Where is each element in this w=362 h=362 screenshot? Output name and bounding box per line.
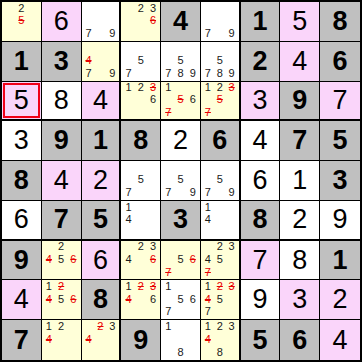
pencilmark-grid: 12346 [122,280,159,318]
eliminated-candidate-4: 4 [43,293,55,306]
cell-r6c4[interactable]: 14 [121,201,161,241]
candidate-3: 3 [147,241,159,254]
candidate-6: 6 [187,293,199,306]
eliminated-candidate-7: 7 [202,266,214,279]
candidate-1: 1 [162,320,174,333]
filled-digit: 4 [14,286,29,313]
cell-r6c7[interactable]: 8 [241,201,281,241]
filled-digit: 3 [14,127,29,154]
cell-r6c9[interactable]: 9 [320,201,360,241]
filled-digit: 3 [253,87,268,114]
pencilmark-grid: 567 [162,241,199,279]
eliminated-candidate-2: 2 [214,280,226,293]
filled-digit: 4 [333,327,348,354]
candidate-1: 1 [122,201,134,213]
eliminated-candidate-4: 4 [202,293,214,306]
eliminated-candidate-6: 6 [67,253,79,266]
cell-r3c1[interactable]: 5 [2,82,42,122]
filled-digit: 4 [292,48,307,75]
cell-r3c3[interactable]: 4 [82,82,122,122]
eliminated-candidate-6: 6 [67,293,79,306]
filled-digit: 5 [14,87,29,114]
given-digit: 3 [333,167,348,194]
pencilmark-grid: 12357 [202,82,238,119]
candidate-3: 3 [226,241,238,254]
eliminated-candidate-4: 4 [202,333,214,346]
given-digit: 5 [333,127,348,154]
cell-r1c3[interactable]: 79 [82,2,122,42]
cell-r9c4[interactable]: 9 [121,320,161,360]
cell-r8c1[interactable]: 4 [2,280,42,320]
filled-digit: 6 [14,206,29,233]
cell-r5c1[interactable]: 8 [2,161,42,201]
cell-r8c4[interactable]: 12346 [121,280,161,320]
pencilmark-grid: 5789 [162,42,199,80]
cell-r4c1[interactable]: 3 [2,121,42,161]
cell-r5c3[interactable]: 2 [82,161,122,201]
candidate-9: 9 [226,67,238,80]
cell-r5c9[interactable]: 3 [320,161,360,201]
eliminated-candidate-5: 5 [214,94,226,106]
candidate-1: 1 [162,82,174,94]
candidate-2: 2 [55,320,67,333]
candidate-2: 2 [55,241,67,254]
eliminated-candidate-6: 6 [147,15,159,28]
candidate-9: 9 [106,27,118,40]
filled-digit: 2 [333,286,348,313]
candidate-6: 6 [187,94,199,106]
pencilmark-grid: 79 [83,2,119,40]
cell-r8c6[interactable]: 123457 [201,280,241,320]
cell-r9c7[interactable]: 5 [241,320,281,360]
eliminated-candidate-2: 2 [135,280,147,293]
given-digit: 1 [14,48,29,75]
candidate-1: 1 [202,320,214,333]
candidate-8: 8 [214,346,226,359]
filled-digit: 2 [93,167,108,194]
pencilmark-grid: 2456 [43,241,80,279]
cell-r4c7[interactable]: 4 [241,121,281,161]
cell-r8c2[interactable]: 12456 [42,280,82,320]
cell-r2c6[interactable]: 5789 [201,42,241,82]
cell-r1c4[interactable]: 236 [121,2,161,42]
filled-digit: 4 [54,167,69,194]
pencilmark-grid: 1236 [122,82,159,119]
given-digit: 9 [14,247,29,274]
candidate-6: 6 [147,94,159,106]
cell-r4c3[interactable]: 1 [82,121,122,161]
cell-r4c8[interactable]: 7 [280,121,320,161]
candidate-3: 3 [147,2,159,15]
cell-r3c5[interactable]: 1567 [161,82,201,122]
given-digit: 3 [54,48,69,75]
candidate-5: 5 [135,54,147,67]
pencilmark-grid: 1567 [162,280,199,318]
cell-r1c6[interactable]: 79 [201,2,241,42]
pencilmark-grid: 25 [3,2,40,40]
cell-r6c3[interactable]: 5 [82,201,122,241]
candidate-2: 2 [135,2,147,15]
given-digit: 3 [173,206,188,233]
cell-r7c7[interactable]: 7 [241,241,281,281]
candidate-7: 7 [122,186,134,199]
given-digit: 1 [333,247,348,274]
candidate-7: 7 [162,306,174,319]
eliminated-candidate-5: 5 [15,15,27,28]
candidate-1: 1 [162,280,174,293]
candidate-2: 2 [214,241,226,254]
eliminated-candidate-7: 7 [162,106,174,118]
candidate-5: 5 [174,293,186,306]
eliminated-candidate-3: 3 [226,280,238,293]
filled-digit: 8 [54,87,69,114]
cell-r7c8[interactable]: 8 [280,241,320,281]
cell-r7c1[interactable]: 9 [2,241,42,281]
candidate-5: 5 [214,293,226,306]
cell-r2c9[interactable]: 6 [320,42,360,82]
candidate-1: 1 [43,320,55,333]
candidate-4: 4 [122,213,134,225]
cell-r8c3[interactable]: 8 [82,280,122,320]
filled-digit: 8 [292,247,307,274]
cell-r9c2[interactable]: 124 [42,320,82,360]
pencilmark-grid: 18 [162,320,199,359]
candidate-3: 3 [106,320,118,333]
cell-r9c5[interactable]: 18 [161,320,201,360]
sudoku-board: 2567923647915813479575789578924658412361… [0,0,362,362]
eliminated-candidate-6: 6 [187,253,199,266]
cell-r8c9[interactable]: 2 [320,280,360,320]
candidate-9: 9 [187,67,199,80]
cell-r7c2[interactable]: 2456 [42,241,82,281]
cell-r9c9[interactable]: 4 [320,320,360,360]
candidate-7: 7 [83,67,95,80]
filled-digit: 7 [253,247,268,274]
pencilmark-grid: 2346 [122,241,159,279]
candidate-1: 1 [202,82,214,94]
candidate-7: 7 [83,27,95,40]
filled-digit: 5 [292,8,307,35]
cell-r9c3[interactable]: 234 [82,320,122,360]
candidate-5: 5 [174,54,186,67]
given-digit: 8 [93,286,108,313]
candidate-7: 7 [162,186,174,199]
candidate-7: 7 [202,186,214,199]
cell-r2c1[interactable]: 1 [2,42,42,82]
cell-r5c2[interactable]: 4 [42,161,82,201]
candidate-9: 9 [187,186,199,199]
candidate-8: 8 [174,67,186,80]
candidate-5: 5 [214,253,226,266]
cell-r6c1[interactable]: 6 [2,201,42,241]
candidate-9: 9 [106,67,118,80]
filled-digit: 2 [173,127,188,154]
filled-digit: 6 [253,167,268,194]
cell-r2c8[interactable]: 4 [280,42,320,82]
cell-r5c7[interactable]: 6 [241,161,281,201]
cell-r7c4[interactable]: 2346 [121,241,161,281]
cell-r4c2[interactable]: 9 [42,121,82,161]
cell-r2c3[interactable]: 479 [82,42,122,82]
cell-r7c6[interactable]: 23457 [201,241,241,281]
given-digit: 7 [292,127,307,154]
pencilmark-grid: 5789 [202,42,238,80]
cell-r8c8[interactable]: 3 [280,280,320,320]
cell-r2c2[interactable]: 3 [42,42,82,82]
eliminated-candidate-7: 7 [202,106,214,118]
cell-r3c4[interactable]: 1236 [121,82,161,122]
pencilmark-grid: 579 [162,161,199,199]
given-digit: 6 [292,327,307,354]
given-digit: 5 [253,327,268,354]
cell-r5c4[interactable]: 57 [121,161,161,201]
cell-r6c5[interactable]: 3 [161,201,201,241]
filled-digit: 4 [253,127,268,154]
cell-r2c7[interactable]: 2 [241,42,281,82]
pencilmark-grid: 12456 [43,280,80,318]
candidate-8: 8 [214,67,226,80]
candidate-9: 9 [226,186,238,199]
cell-r6c2[interactable]: 7 [42,201,82,241]
eliminated-candidate-2: 2 [55,280,67,293]
candidate-3: 3 [226,320,238,333]
candidate-5: 5 [55,293,67,306]
given-digit: 1 [253,8,268,35]
candidate-1: 1 [122,280,134,293]
filled-digit: 4 [93,87,108,114]
candidate-1: 1 [202,280,214,293]
eliminated-candidate-3: 3 [226,82,238,94]
cell-r2c5[interactable]: 5789 [161,42,201,82]
cell-r1c5[interactable]: 4 [161,2,201,42]
filled-digit: 9 [253,286,268,313]
given-digit: 8 [14,167,29,194]
given-digit: 9 [54,127,69,154]
eliminated-candidate-4: 4 [43,253,55,266]
eliminated-candidate-4: 4 [83,54,95,67]
candidate-4: 4 [122,253,134,266]
eliminated-candidate-3: 3 [147,82,159,94]
given-digit: 8 [253,206,268,233]
candidate-7: 7 [202,306,214,319]
cell-r6c6[interactable]: 14 [201,201,241,241]
cell-r9c1[interactable]: 7 [2,320,42,360]
given-digit: 6 [333,48,348,75]
candidate-2: 2 [135,241,147,254]
eliminated-candidate-6: 6 [147,253,159,266]
eliminated-candidate-4: 4 [83,333,95,346]
pencilmark-grid: 14 [202,201,238,238]
given-digit: 8 [333,8,348,35]
cell-r9c6[interactable]: 12348 [201,320,241,360]
filled-digit: 6 [93,247,108,274]
pencilmark-grid: 479 [83,42,119,80]
given-digit: 1 [93,127,108,154]
filled-digit: 9 [333,206,348,233]
cell-r8c7[interactable]: 9 [241,280,281,320]
eliminated-candidate-3: 3 [147,280,159,293]
candidate-9: 9 [226,27,238,40]
given-digit: 4 [173,8,188,35]
candidate-5: 5 [135,174,147,187]
cell-r3c6[interactable]: 12357 [201,82,241,122]
cell-r4c9[interactable]: 5 [320,121,360,161]
cell-r1c7[interactable]: 1 [241,2,281,42]
cell-r5c6[interactable]: 579 [201,161,241,201]
pencilmark-grid: 57 [122,161,159,199]
candidate-1: 1 [122,82,134,94]
pencilmark-grid: 123457 [202,280,238,318]
pencilmark-grid: 57 [122,42,159,80]
cell-r1c1[interactable]: 25 [2,2,42,42]
given-digit: 8 [133,127,148,154]
cell-r1c2[interactable]: 6 [42,2,82,42]
given-digit: 2 [253,48,268,75]
pencilmark-grid: 14 [122,201,159,238]
eliminated-candidate-4: 4 [43,333,55,346]
eliminated-candidate-2: 2 [94,320,106,333]
candidate-5: 5 [55,253,67,266]
cell-r3c9[interactable]: 7 [320,82,360,122]
candidate-7: 7 [202,67,214,80]
candidate-5: 5 [214,54,226,67]
candidate-2: 2 [214,320,226,333]
cell-r3c7[interactable]: 3 [241,82,281,122]
cell-r1c8[interactable]: 5 [280,2,320,42]
candidate-8: 8 [174,346,186,359]
given-digit: 7 [14,327,29,354]
pencilmark-grid: 124 [43,320,80,359]
filled-digit: 2 [292,206,307,233]
pencilmark-grid: 79 [202,2,238,40]
cell-r4c4[interactable]: 8 [121,121,161,161]
filled-digit: 6 [54,8,69,35]
given-digit: 6 [212,127,227,154]
given-digit: 7 [54,206,69,233]
cell-r9c8[interactable]: 6 [280,320,320,360]
candidate-1: 1 [43,280,55,293]
pencilmark-grid: 579 [202,161,238,199]
given-digit: 5 [93,206,108,233]
given-digit: 9 [133,327,148,354]
cell-r7c3[interactable]: 6 [82,241,122,281]
cell-r6c8[interactable]: 2 [280,201,320,241]
candidate-7: 7 [202,27,214,40]
cell-r7c5[interactable]: 567 [161,241,201,281]
candidate-5: 5 [174,174,186,187]
cell-r5c5[interactable]: 579 [161,161,201,201]
candidate-5: 5 [174,253,186,266]
pencilmark-grid: 236 [122,2,159,40]
eliminated-candidate-7: 7 [162,266,174,279]
pencilmark-grid: 1567 [162,82,199,119]
filled-digit: 1 [292,167,307,194]
pencilmark-grid: 12348 [202,320,238,359]
candidate-2: 2 [135,82,147,94]
cell-r5c8[interactable]: 1 [280,161,320,201]
cell-r7c9[interactable]: 1 [320,241,360,281]
candidate-5: 5 [214,174,226,187]
candidate-1: 1 [202,201,214,213]
candidate-7: 7 [122,67,134,80]
cell-r8c5[interactable]: 1567 [161,280,201,320]
candidate-4: 4 [202,253,214,266]
eliminated-candidate-4: 4 [122,293,134,306]
cell-r4c5[interactable]: 2 [161,121,201,161]
candidate-4: 4 [202,213,214,225]
candidate-7: 7 [162,67,174,80]
cell-r3c8[interactable]: 9 [280,82,320,122]
candidate-6: 6 [147,293,159,306]
eliminated-candidate-5: 5 [174,94,186,106]
cell-r1c9[interactable]: 8 [320,2,360,42]
given-digit: 9 [292,87,307,114]
cell-r3c2[interactable]: 8 [42,82,82,122]
cell-r2c4[interactable]: 57 [121,42,161,82]
candidate-2: 2 [15,2,27,15]
filled-digit: 3 [292,286,307,313]
pencilmark-grid: 23457 [202,241,238,279]
filled-digit: 7 [333,87,348,114]
cell-r4c6[interactable]: 6 [201,121,241,161]
pencilmark-grid: 234 [83,320,119,359]
candidate-2: 2 [214,82,226,94]
